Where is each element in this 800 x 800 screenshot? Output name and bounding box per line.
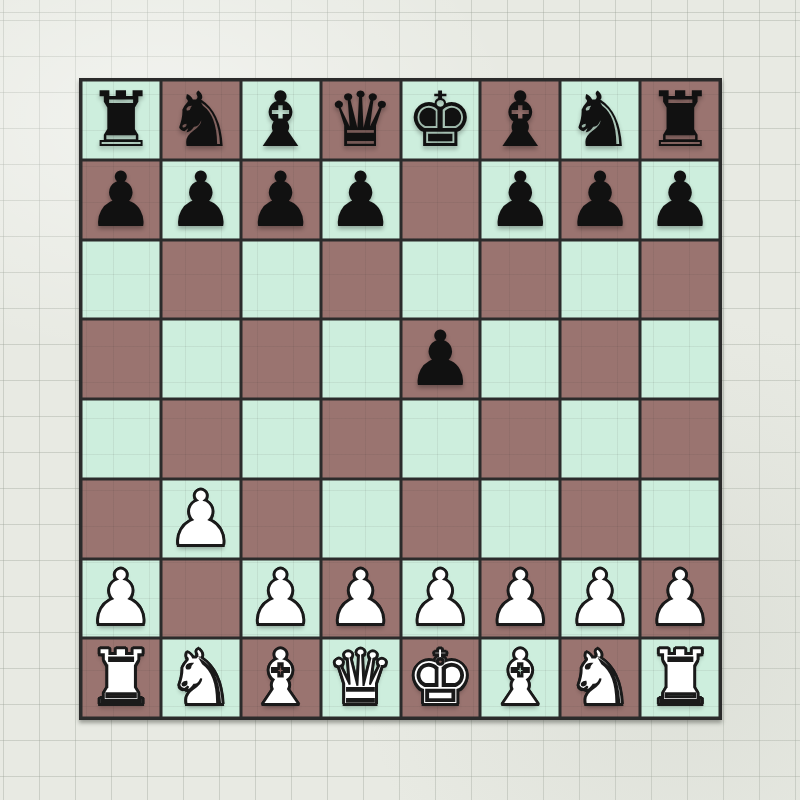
square-f5[interactable] (480, 319, 560, 399)
square-d7[interactable]: ♟ (321, 160, 401, 240)
square-h2[interactable]: ♟ (640, 559, 720, 639)
square-e1[interactable]: ♚ (401, 638, 481, 718)
square-d1[interactable]: ♛ (321, 638, 401, 718)
square-c5[interactable] (241, 319, 321, 399)
square-c4[interactable] (241, 399, 321, 479)
black-pawn-d7[interactable]: ♟ (326, 161, 394, 239)
square-d6[interactable] (321, 240, 401, 320)
square-a8[interactable]: ♜ (81, 80, 161, 160)
square-e4[interactable] (401, 399, 481, 479)
square-a1[interactable]: ♜ (81, 638, 161, 718)
square-b1[interactable]: ♞ (161, 638, 241, 718)
square-b5[interactable] (161, 319, 241, 399)
square-h6[interactable] (640, 240, 720, 320)
black-pawn-g7[interactable]: ♟ (566, 161, 634, 239)
white-pawn-d2[interactable]: ♟ (326, 559, 394, 637)
square-d8[interactable]: ♛ (321, 80, 401, 160)
black-pawn-f7[interactable]: ♟ (486, 161, 554, 239)
square-h3[interactable] (640, 479, 720, 559)
square-g7[interactable]: ♟ (560, 160, 640, 240)
square-g2[interactable]: ♟ (560, 559, 640, 639)
black-pawn-a7[interactable]: ♟ (87, 161, 155, 239)
square-f7[interactable]: ♟ (480, 160, 560, 240)
black-bishop-f8[interactable]: ♝ (486, 81, 554, 159)
black-knight-b8[interactable]: ♞ (167, 81, 235, 159)
white-knight-b1[interactable]: ♞ (167, 639, 235, 717)
black-pawn-e5[interactable]: ♟ (406, 320, 474, 398)
square-c1[interactable]: ♝ (241, 638, 321, 718)
black-queen-d8[interactable]: ♛ (326, 81, 394, 159)
square-e5[interactable]: ♟ (401, 319, 481, 399)
square-h8[interactable]: ♜ (640, 80, 720, 160)
square-f6[interactable] (480, 240, 560, 320)
black-knight-g8[interactable]: ♞ (566, 81, 634, 159)
white-king-e1[interactable]: ♚ (406, 639, 474, 717)
black-king-e8[interactable]: ♚ (406, 81, 474, 159)
paper-background: ♜♞♝♛♚♝♞♜♟♟♟♟♟♟♟♟♟♟♟♟♟♟♟♟♜♞♝♛♚♝♞♜ (0, 0, 800, 800)
black-pawn-h7[interactable]: ♟ (646, 161, 714, 239)
square-c2[interactable]: ♟ (241, 559, 321, 639)
square-b6[interactable] (161, 240, 241, 320)
black-pawn-c7[interactable]: ♟ (247, 161, 315, 239)
square-f2[interactable]: ♟ (480, 559, 560, 639)
square-f4[interactable] (480, 399, 560, 479)
white-pawn-e2[interactable]: ♟ (406, 559, 474, 637)
square-c6[interactable] (241, 240, 321, 320)
square-f1[interactable]: ♝ (480, 638, 560, 718)
square-b7[interactable]: ♟ (161, 160, 241, 240)
square-c8[interactable]: ♝ (241, 80, 321, 160)
white-pawn-c2[interactable]: ♟ (247, 559, 315, 637)
square-h7[interactable]: ♟ (640, 160, 720, 240)
white-knight-g1[interactable]: ♞ (566, 639, 634, 717)
white-bishop-f1[interactable]: ♝ (486, 639, 554, 717)
square-h5[interactable] (640, 319, 720, 399)
black-rook-a8[interactable]: ♜ (87, 81, 155, 159)
square-e6[interactable] (401, 240, 481, 320)
white-queen-d1[interactable]: ♛ (326, 639, 394, 717)
square-a5[interactable] (81, 319, 161, 399)
chess-board: ♜♞♝♛♚♝♞♜♟♟♟♟♟♟♟♟♟♟♟♟♟♟♟♟♜♞♝♛♚♝♞♜ (79, 78, 722, 720)
black-pawn-b7[interactable]: ♟ (167, 161, 235, 239)
square-a4[interactable] (81, 399, 161, 479)
square-d2[interactable]: ♟ (321, 559, 401, 639)
white-pawn-a2[interactable]: ♟ (87, 559, 155, 637)
white-pawn-b3[interactable]: ♟ (167, 480, 235, 558)
square-e8[interactable]: ♚ (401, 80, 481, 160)
white-pawn-h2[interactable]: ♟ (646, 559, 714, 637)
white-rook-h1[interactable]: ♜ (646, 639, 714, 717)
square-h1[interactable]: ♜ (640, 638, 720, 718)
square-c3[interactable] (241, 479, 321, 559)
square-f3[interactable] (480, 479, 560, 559)
square-g8[interactable]: ♞ (560, 80, 640, 160)
square-a7[interactable]: ♟ (81, 160, 161, 240)
square-b2[interactable] (161, 559, 241, 639)
square-b8[interactable]: ♞ (161, 80, 241, 160)
square-e3[interactable] (401, 479, 481, 559)
square-f8[interactable]: ♝ (480, 80, 560, 160)
white-rook-a1[interactable]: ♜ (87, 639, 155, 717)
square-a2[interactable]: ♟ (81, 559, 161, 639)
white-pawn-f2[interactable]: ♟ (486, 559, 554, 637)
square-d3[interactable] (321, 479, 401, 559)
square-c7[interactable]: ♟ (241, 160, 321, 240)
black-rook-h8[interactable]: ♜ (646, 81, 714, 159)
square-g1[interactable]: ♞ (560, 638, 640, 718)
square-b3[interactable]: ♟ (161, 479, 241, 559)
square-d4[interactable] (321, 399, 401, 479)
white-pawn-g2[interactable]: ♟ (566, 559, 634, 637)
square-g4[interactable] (560, 399, 640, 479)
square-d5[interactable] (321, 319, 401, 399)
white-bishop-c1[interactable]: ♝ (247, 639, 315, 717)
square-b4[interactable] (161, 399, 241, 479)
square-e7[interactable] (401, 160, 481, 240)
square-e2[interactable]: ♟ (401, 559, 481, 639)
black-bishop-c8[interactable]: ♝ (247, 81, 315, 159)
square-a3[interactable] (81, 479, 161, 559)
square-g6[interactable] (560, 240, 640, 320)
square-g3[interactable] (560, 479, 640, 559)
square-a6[interactable] (81, 240, 161, 320)
square-g5[interactable] (560, 319, 640, 399)
square-h4[interactable] (640, 399, 720, 479)
